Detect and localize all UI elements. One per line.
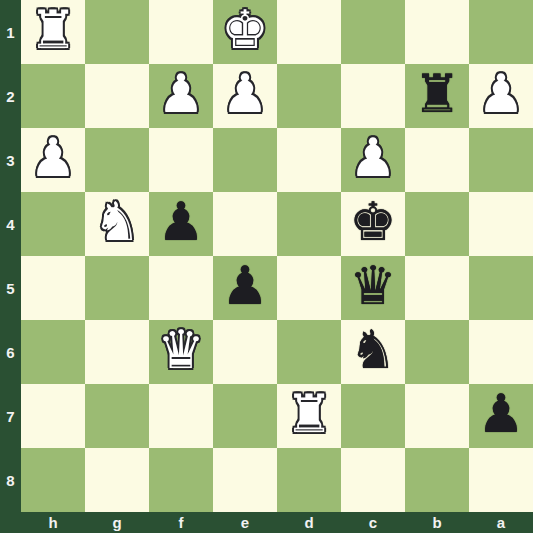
square-b6[interactable] (405, 320, 469, 384)
square-c4[interactable]: ♚ (341, 192, 405, 256)
square-c2[interactable] (341, 64, 405, 128)
square-d1[interactable] (277, 0, 341, 64)
piece-black-king[interactable]: ♚ (349, 192, 397, 254)
square-c8[interactable] (341, 448, 405, 512)
square-f4[interactable]: ♟ (149, 192, 213, 256)
chess-board[interactable]: ♜♚♟♟♜♟♟♟♞♟♚♟♛♛♞♜♟ (21, 0, 533, 512)
rank-label-8: 8 (0, 448, 21, 512)
square-d6[interactable] (277, 320, 341, 384)
file-label-d: d (277, 512, 341, 533)
square-e8[interactable] (213, 448, 277, 512)
rank-label-3: 3 (0, 128, 21, 192)
piece-white-pawn[interactable]: ♟ (221, 64, 269, 126)
square-a4[interactable] (469, 192, 533, 256)
square-d4[interactable] (277, 192, 341, 256)
square-e7[interactable] (213, 384, 277, 448)
square-d8[interactable] (277, 448, 341, 512)
square-e1[interactable]: ♚ (213, 0, 277, 64)
file-label-a: a (469, 512, 533, 533)
square-f6[interactable]: ♛ (149, 320, 213, 384)
square-f2[interactable]: ♟ (149, 64, 213, 128)
piece-white-pawn[interactable]: ♟ (477, 64, 525, 126)
square-d7[interactable]: ♜ (277, 384, 341, 448)
rank-label-6: 6 (0, 320, 21, 384)
chess-board-frame: ♜♚♟♟♜♟♟♟♞♟♚♟♛♛♞♜♟ 12345678 hgfedcba (0, 0, 533, 533)
square-e4[interactable] (213, 192, 277, 256)
square-f3[interactable] (149, 128, 213, 192)
square-a6[interactable] (469, 320, 533, 384)
piece-black-knight[interactable]: ♞ (349, 320, 397, 382)
square-e6[interactable] (213, 320, 277, 384)
square-f1[interactable] (149, 0, 213, 64)
square-h7[interactable] (21, 384, 85, 448)
piece-black-queen[interactable]: ♛ (349, 256, 397, 318)
piece-black-rook[interactable]: ♜ (413, 64, 461, 126)
file-label-h: h (21, 512, 85, 533)
square-g5[interactable] (85, 256, 149, 320)
square-h6[interactable] (21, 320, 85, 384)
square-a5[interactable] (469, 256, 533, 320)
square-a7[interactable]: ♟ (469, 384, 533, 448)
file-label-e: e (213, 512, 277, 533)
square-d5[interactable] (277, 256, 341, 320)
square-e2[interactable]: ♟ (213, 64, 277, 128)
square-f7[interactable] (149, 384, 213, 448)
square-g7[interactable] (85, 384, 149, 448)
file-label-f: f (149, 512, 213, 533)
square-d3[interactable] (277, 128, 341, 192)
file-labels: hgfedcba (21, 512, 533, 533)
square-b1[interactable] (405, 0, 469, 64)
square-g1[interactable] (85, 0, 149, 64)
square-a3[interactable] (469, 128, 533, 192)
piece-white-pawn[interactable]: ♟ (29, 128, 77, 190)
square-b3[interactable] (405, 128, 469, 192)
square-f8[interactable] (149, 448, 213, 512)
square-c3[interactable]: ♟ (341, 128, 405, 192)
square-b2[interactable]: ♜ (405, 64, 469, 128)
file-label-g: g (85, 512, 149, 533)
rank-label-4: 4 (0, 192, 21, 256)
piece-white-rook[interactable]: ♜ (29, 0, 77, 62)
piece-black-pawn[interactable]: ♟ (157, 192, 205, 254)
rank-label-7: 7 (0, 384, 21, 448)
square-g4[interactable]: ♞ (85, 192, 149, 256)
rank-label-5: 5 (0, 256, 21, 320)
square-f5[interactable] (149, 256, 213, 320)
square-c5[interactable]: ♛ (341, 256, 405, 320)
square-h2[interactable] (21, 64, 85, 128)
square-d2[interactable] (277, 64, 341, 128)
square-c7[interactable] (341, 384, 405, 448)
square-c1[interactable] (341, 0, 405, 64)
piece-white-knight[interactable]: ♞ (93, 192, 141, 254)
file-label-b: b (405, 512, 469, 533)
piece-black-pawn[interactable]: ♟ (221, 256, 269, 318)
rank-label-2: 2 (0, 64, 21, 128)
square-g8[interactable] (85, 448, 149, 512)
square-b4[interactable] (405, 192, 469, 256)
square-a1[interactable] (469, 0, 533, 64)
square-b5[interactable] (405, 256, 469, 320)
piece-white-king[interactable]: ♚ (221, 0, 269, 62)
square-h8[interactable] (21, 448, 85, 512)
piece-white-pawn[interactable]: ♟ (157, 64, 205, 126)
piece-black-pawn[interactable]: ♟ (477, 384, 525, 446)
square-h1[interactable]: ♜ (21, 0, 85, 64)
rank-label-1: 1 (0, 0, 21, 64)
square-b7[interactable] (405, 384, 469, 448)
square-a8[interactable] (469, 448, 533, 512)
square-b8[interactable] (405, 448, 469, 512)
square-e3[interactable] (213, 128, 277, 192)
square-h3[interactable]: ♟ (21, 128, 85, 192)
square-h4[interactable] (21, 192, 85, 256)
square-g6[interactable] (85, 320, 149, 384)
square-g3[interactable] (85, 128, 149, 192)
piece-white-queen[interactable]: ♛ (157, 320, 205, 382)
piece-white-rook[interactable]: ♜ (285, 384, 333, 446)
file-label-c: c (341, 512, 405, 533)
square-g2[interactable] (85, 64, 149, 128)
square-h5[interactable] (21, 256, 85, 320)
piece-white-pawn[interactable]: ♟ (349, 128, 397, 190)
square-a2[interactable]: ♟ (469, 64, 533, 128)
rank-labels: 12345678 (0, 0, 21, 512)
square-c6[interactable]: ♞ (341, 320, 405, 384)
square-e5[interactable]: ♟ (213, 256, 277, 320)
